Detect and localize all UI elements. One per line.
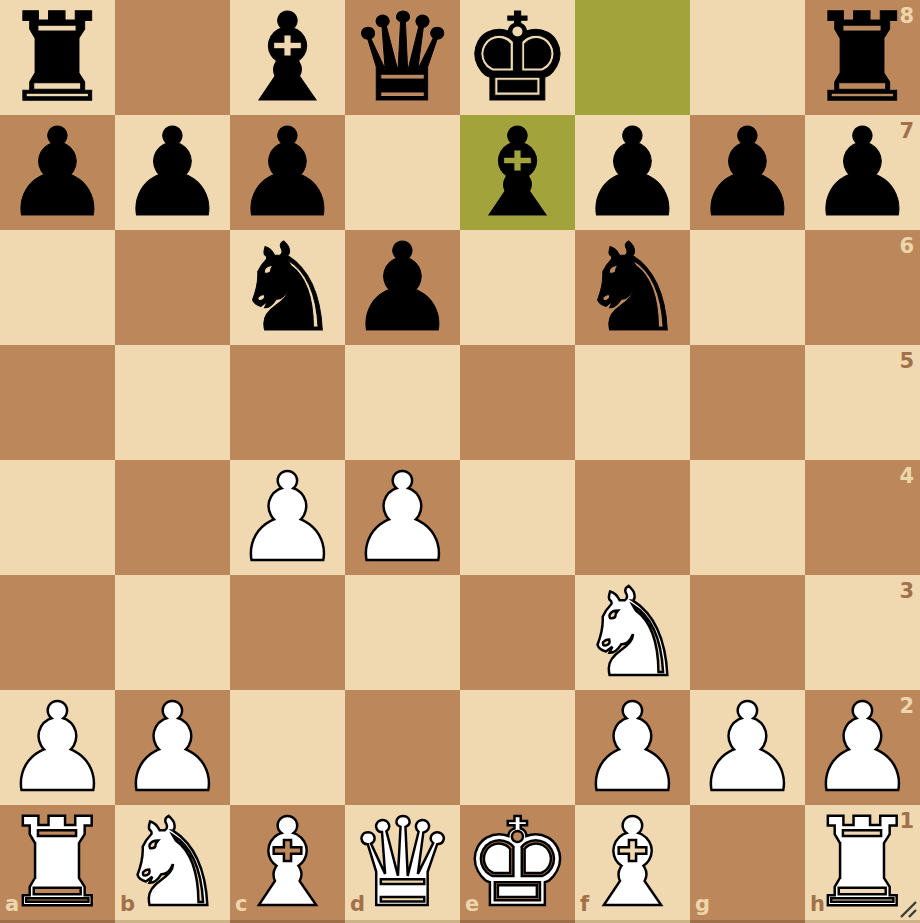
square-c4[interactable]: ♟ (230, 460, 345, 575)
square-d1[interactable]: ♛d (345, 805, 460, 920)
square-e2[interactable] (460, 690, 575, 805)
square-a7[interactable]: ♟ (0, 115, 115, 230)
square-f8[interactable] (575, 0, 690, 115)
square-e1[interactable]: ♚e (460, 805, 575, 920)
square-a8[interactable]: ♜ (0, 0, 115, 115)
square-g6[interactable] (690, 230, 805, 345)
square-e7[interactable]: ♝ (460, 115, 575, 230)
file-label-g: g (695, 894, 710, 915)
square-d4[interactable]: ♟ (345, 460, 460, 575)
piece-black-pawn-f7[interactable]: ♟ (578, 116, 687, 231)
square-a2[interactable]: ♟ (0, 690, 115, 805)
piece-white-knight-f3[interactable]: ♞ (578, 576, 687, 691)
square-b5[interactable] (115, 345, 230, 460)
square-b3[interactable] (115, 575, 230, 690)
square-f4[interactable] (575, 460, 690, 575)
piece-black-rook-h8[interactable]: ♜ (808, 1, 917, 116)
square-g2[interactable]: ♟ (690, 690, 805, 805)
square-f1[interactable]: ♝f (575, 805, 690, 920)
square-f3[interactable]: ♞ (575, 575, 690, 690)
piece-black-pawn-g7[interactable]: ♟ (693, 116, 802, 231)
square-c3[interactable] (230, 575, 345, 690)
square-c5[interactable] (230, 345, 345, 460)
square-g8[interactable] (690, 0, 805, 115)
square-c6[interactable]: ♞ (230, 230, 345, 345)
piece-black-pawn-a7[interactable]: ♟ (3, 116, 112, 231)
square-e4[interactable] (460, 460, 575, 575)
square-g3[interactable] (690, 575, 805, 690)
square-f7[interactable]: ♟ (575, 115, 690, 230)
piece-black-queen-d8[interactable]: ♛ (348, 1, 457, 116)
square-b2[interactable]: ♟ (115, 690, 230, 805)
chess-board: ♜♝♛♚♜8♟♟♟♝♟♟♟7♞♟♞65♟♟4♞3♟♟♟♟♟2♜a♞b♝c♛d♚e… (0, 0, 920, 920)
square-e6[interactable] (460, 230, 575, 345)
square-d7[interactable] (345, 115, 460, 230)
square-b8[interactable] (115, 0, 230, 115)
square-h3[interactable]: 3 (805, 575, 920, 690)
rank-label-4: 4 (899, 466, 914, 487)
square-d2[interactable] (345, 690, 460, 805)
piece-black-bishop-e7[interactable]: ♝ (463, 116, 572, 231)
piece-white-king-e1[interactable]: ♚ (463, 806, 572, 921)
piece-black-king-e8[interactable]: ♚ (463, 1, 572, 116)
square-a1[interactable]: ♜a (0, 805, 115, 920)
square-e5[interactable] (460, 345, 575, 460)
rank-label-5: 5 (899, 351, 914, 372)
square-h4[interactable]: 4 (805, 460, 920, 575)
piece-black-rook-a8[interactable]: ♜ (3, 1, 112, 116)
piece-black-pawn-d6[interactable]: ♟ (348, 231, 457, 346)
square-c1[interactable]: ♝c (230, 805, 345, 920)
piece-black-pawn-b7[interactable]: ♟ (118, 116, 227, 231)
square-c8[interactable]: ♝ (230, 0, 345, 115)
square-c2[interactable] (230, 690, 345, 805)
piece-black-pawn-c7[interactable]: ♟ (233, 116, 342, 231)
square-a6[interactable] (0, 230, 115, 345)
piece-white-rook-a1[interactable]: ♜ (3, 806, 112, 921)
piece-black-pawn-h7[interactable]: ♟ (808, 116, 917, 231)
square-e3[interactable] (460, 575, 575, 690)
square-d3[interactable] (345, 575, 460, 690)
piece-white-bishop-f1[interactable]: ♝ (578, 806, 687, 921)
square-d5[interactable] (345, 345, 460, 460)
square-c7[interactable]: ♟ (230, 115, 345, 230)
piece-white-pawn-g2[interactable]: ♟ (693, 691, 802, 806)
piece-black-knight-f6[interactable]: ♞ (578, 231, 687, 346)
piece-white-pawn-c4[interactable]: ♟ (233, 461, 342, 576)
square-b6[interactable] (115, 230, 230, 345)
piece-white-bishop-c1[interactable]: ♝ (233, 806, 342, 921)
piece-white-pawn-f2[interactable]: ♟ (578, 691, 687, 806)
square-a3[interactable] (0, 575, 115, 690)
piece-white-pawn-a2[interactable]: ♟ (3, 691, 112, 806)
square-f2[interactable]: ♟ (575, 690, 690, 805)
piece-white-pawn-h2[interactable]: ♟ (808, 691, 917, 806)
square-d6[interactable]: ♟ (345, 230, 460, 345)
square-b4[interactable] (115, 460, 230, 575)
square-h2[interactable]: ♟2 (805, 690, 920, 805)
rank-label-3: 3 (899, 581, 914, 602)
piece-black-knight-c6[interactable]: ♞ (233, 231, 342, 346)
square-f6[interactable]: ♞ (575, 230, 690, 345)
square-g5[interactable] (690, 345, 805, 460)
piece-black-bishop-c8[interactable]: ♝ (233, 1, 342, 116)
square-b1[interactable]: ♞b (115, 805, 230, 920)
board-wrapper: ♜♝♛♚♜8♟♟♟♝♟♟♟7♞♟♞65♟♟4♞3♟♟♟♟♟2♜a♞b♝c♛d♚e… (0, 0, 920, 923)
resize-grip-icon[interactable] (898, 899, 918, 919)
square-g4[interactable] (690, 460, 805, 575)
square-g7[interactable]: ♟ (690, 115, 805, 230)
piece-white-pawn-b2[interactable]: ♟ (118, 691, 227, 806)
square-b7[interactable]: ♟ (115, 115, 230, 230)
square-d8[interactable]: ♛ (345, 0, 460, 115)
square-h6[interactable]: 6 (805, 230, 920, 345)
piece-white-pawn-d4[interactable]: ♟ (348, 461, 457, 576)
square-e8[interactable]: ♚ (460, 0, 575, 115)
square-a4[interactable] (0, 460, 115, 575)
square-h5[interactable]: 5 (805, 345, 920, 460)
square-h8[interactable]: ♜8 (805, 0, 920, 115)
piece-white-queen-d1[interactable]: ♛ (348, 806, 457, 921)
square-g1[interactable]: g (690, 805, 805, 920)
square-a5[interactable] (0, 345, 115, 460)
square-h7[interactable]: ♟7 (805, 115, 920, 230)
piece-white-knight-b1[interactable]: ♞ (118, 806, 227, 921)
square-f5[interactable] (575, 345, 690, 460)
